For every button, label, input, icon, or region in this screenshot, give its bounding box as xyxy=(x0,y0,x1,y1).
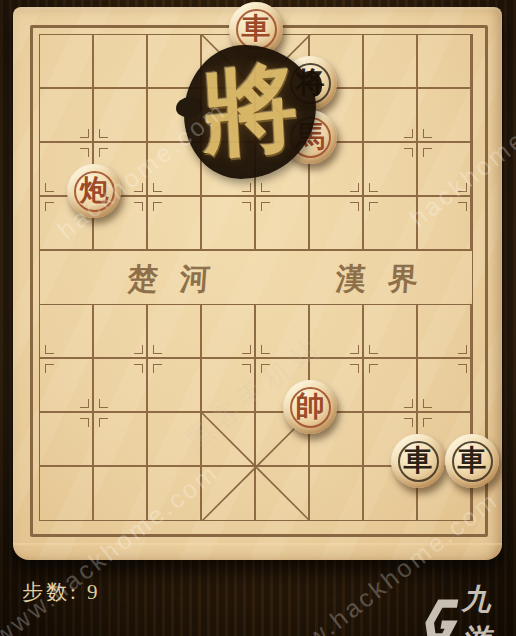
piece-ring: 帥 xyxy=(290,387,331,428)
9game-logo-text: 九游 xyxy=(461,580,516,636)
piece-ring: 車 xyxy=(452,441,493,482)
piece-ring: 車 xyxy=(236,9,277,50)
piece-glyph: 帥 xyxy=(296,392,325,421)
piece-ring: 炮 xyxy=(74,171,115,212)
9game-logo-icon xyxy=(418,596,463,636)
point-marker-corner xyxy=(45,345,54,354)
point-marker-corner xyxy=(242,202,251,211)
piece-red-cannon[interactable]: 炮 xyxy=(67,164,121,218)
point-marker-corner xyxy=(458,345,467,354)
river-label-han: 漢界 xyxy=(335,259,442,300)
point-marker-corner xyxy=(45,202,54,211)
point-marker-corner xyxy=(423,399,432,408)
board-front-edge xyxy=(13,543,502,560)
point-marker-corner xyxy=(423,129,432,138)
piece-black-chariot-1[interactable]: 車 xyxy=(391,434,445,488)
point-marker-corner xyxy=(404,418,413,427)
point-marker-corner xyxy=(369,364,378,373)
point-marker-corner xyxy=(134,364,143,373)
river-band: 楚河 漢界 xyxy=(39,251,473,304)
piece-glyph: 炮 xyxy=(80,176,109,205)
point-marker-corner xyxy=(369,183,378,192)
point-marker-corner xyxy=(45,183,54,192)
point-marker-corner xyxy=(134,202,143,211)
point-marker-corner xyxy=(369,345,378,354)
check-stamp-glyph: 將 xyxy=(199,42,301,182)
point-marker-corner xyxy=(261,183,270,192)
9game-logo: 九游 xyxy=(422,580,516,636)
point-marker-corner xyxy=(458,364,467,373)
app-canvas: 楚河 漢界 車将馬炮帥車車 將 步数: 9 九游 www.hackhome.co… xyxy=(0,0,516,636)
point-marker-corner xyxy=(369,202,378,211)
check-stamp: 將 xyxy=(184,45,316,179)
point-marker-corner xyxy=(350,183,359,192)
point-marker-corner xyxy=(404,148,413,157)
piece-glyph: 車 xyxy=(458,446,487,475)
point-marker-corner xyxy=(80,418,89,427)
step-counter: 步数: 9 xyxy=(22,578,101,606)
piece-ring: 車 xyxy=(398,441,439,482)
river-label-chu: 楚河 xyxy=(127,259,234,300)
point-marker-corner xyxy=(80,148,89,157)
point-marker-corner xyxy=(261,364,270,373)
point-marker-corner xyxy=(458,202,467,211)
point-marker-corner xyxy=(350,345,359,354)
point-marker-corner xyxy=(134,183,143,192)
point-marker-corner xyxy=(153,364,162,373)
point-marker-corner xyxy=(242,345,251,354)
point-marker-corner xyxy=(242,364,251,373)
point-marker-corner xyxy=(153,183,162,192)
point-marker-corner xyxy=(423,418,432,427)
point-marker-corner xyxy=(404,399,413,408)
point-marker-corner xyxy=(99,418,108,427)
point-marker-corner xyxy=(80,399,89,408)
point-marker-corner xyxy=(153,202,162,211)
point-marker-corner xyxy=(80,129,89,138)
point-marker-corner xyxy=(99,148,108,157)
point-marker-corner xyxy=(404,129,413,138)
point-marker-corner xyxy=(350,202,359,211)
piece-glyph: 車 xyxy=(404,446,433,475)
piece-red-general[interactable]: 帥 xyxy=(283,380,337,434)
grid-red-side xyxy=(39,304,473,521)
point-marker-corner xyxy=(153,345,162,354)
point-marker-corner xyxy=(458,183,467,192)
piece-glyph: 車 xyxy=(242,14,271,43)
point-marker-corner xyxy=(261,202,270,211)
point-marker-corner xyxy=(261,345,270,354)
piece-black-chariot-2[interactable]: 車 xyxy=(445,434,499,488)
point-marker-corner xyxy=(350,364,359,373)
point-marker-corner xyxy=(45,364,54,373)
point-marker-corner xyxy=(99,399,108,408)
point-marker-corner xyxy=(134,345,143,354)
point-marker-corner xyxy=(99,129,108,138)
point-marker-corner xyxy=(423,148,432,157)
point-marker-corner xyxy=(242,183,251,192)
